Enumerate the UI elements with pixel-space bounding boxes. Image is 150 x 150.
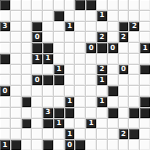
black-cell-r10c12: [129, 108, 139, 118]
white-cell-r6c6[interactable]: [65, 65, 75, 75]
white-cell-r10c11[interactable]: [119, 108, 129, 118]
black-cell-r13c1: [11, 140, 21, 150]
black-cell-r1c5: [54, 11, 64, 21]
clue-cell-r10c4: 3: [43, 108, 53, 118]
clue-cell-r3c11: 2: [119, 32, 129, 42]
white-cell-r3c12[interactable]: [129, 32, 139, 42]
clue-number: 2: [132, 23, 137, 30]
white-cell-r7c10[interactable]: [108, 75, 118, 85]
clue-cell-r6c5: 1: [54, 65, 64, 75]
white-cell-r6c3[interactable]: [32, 65, 42, 75]
clue-cell-r8c0: 0: [0, 86, 10, 96]
white-cell-r12c2[interactable]: [22, 129, 32, 139]
clue-cell-r7c3: 0: [32, 75, 42, 85]
white-cell-r11c9[interactable]: [97, 119, 107, 129]
white-cell-r6c2[interactable]: [22, 65, 32, 75]
white-cell-r6c12[interactable]: [129, 65, 139, 75]
white-cell-r12c13[interactable]: [140, 129, 150, 139]
white-cell-r1c12[interactable]: [129, 11, 139, 21]
black-cell-r5c0: [0, 54, 10, 64]
white-cell-r13c12[interactable]: [129, 140, 139, 150]
white-cell-r11c13[interactable]: [140, 119, 150, 129]
black-cell-r11c2: [22, 119, 32, 129]
white-cell-r7c6[interactable]: [65, 75, 75, 85]
white-cell-r5c11[interactable]: [119, 54, 129, 64]
white-cell-r12c9[interactable]: [97, 129, 107, 139]
black-cell-r13c4: [43, 140, 53, 150]
black-cell-r12c12: [129, 129, 139, 139]
white-cell-r0c12[interactable]: [129, 0, 139, 10]
white-cell-r7c2[interactable]: [22, 75, 32, 85]
clue-number: 3: [46, 109, 51, 116]
clue-number: 1: [56, 66, 61, 73]
clue-cell-r12c6: 1: [65, 129, 75, 139]
black-cell-r7c4: [43, 75, 53, 85]
white-cell-r8c5[interactable]: [54, 86, 64, 96]
white-cell-r12c1[interactable]: [11, 129, 21, 139]
white-cell-r13c3[interactable]: [32, 140, 42, 150]
white-cell-r5c13[interactable]: [140, 54, 150, 64]
black-cell-r2c3: [32, 22, 42, 32]
white-cell-r2c13[interactable]: [140, 22, 150, 32]
black-cell-r2c11: [119, 22, 129, 32]
clue-cell-r6c9: 2: [97, 65, 107, 75]
clue-cell-r11c5: 1: [54, 119, 64, 129]
white-cell-r2c8[interactable]: [86, 22, 96, 32]
clue-cell-r13c0: 1: [0, 140, 10, 150]
white-cell-r5c8[interactable]: [86, 54, 96, 64]
clue-number: 1: [2, 142, 7, 149]
clue-cell-r11c8: 1: [86, 119, 96, 129]
clue-cell-r7c9: 1: [97, 75, 107, 85]
white-cell-r4c7[interactable]: [75, 43, 85, 53]
white-cell-r11c0[interactable]: [0, 119, 10, 129]
white-cell-r4c0[interactable]: [0, 43, 10, 53]
white-cell-r9c5[interactable]: [54, 97, 64, 107]
clue-number: 2: [121, 34, 126, 41]
white-cell-r13c9[interactable]: [97, 140, 107, 150]
white-cell-r5c9[interactable]: [97, 54, 107, 64]
white-cell-r8c2[interactable]: [22, 86, 32, 96]
white-cell-r5c1[interactable]: [11, 54, 21, 64]
black-cell-r0c8: [86, 0, 96, 10]
black-cell-r13c7: [75, 140, 85, 150]
white-cell-r4c12[interactable]: [129, 43, 139, 53]
white-cell-r0c10[interactable]: [108, 0, 118, 10]
white-cell-r9c7[interactable]: [75, 97, 85, 107]
clue-number: 3: [2, 23, 7, 30]
white-cell-r1c3[interactable]: [32, 11, 42, 21]
white-cell-r9c11[interactable]: [119, 97, 129, 107]
white-cell-r12c5[interactable]: [54, 129, 64, 139]
white-cell-r10c3[interactable]: [32, 108, 42, 118]
white-cell-r5c5[interactable]: [54, 54, 64, 64]
white-cell-r5c7[interactable]: [75, 54, 85, 64]
white-cell-r8c8[interactable]: [86, 86, 96, 96]
clue-cell-r1c9: 1: [97, 11, 107, 21]
white-cell-r10c9[interactable]: [97, 108, 107, 118]
white-cell-r3c8[interactable]: [86, 32, 96, 42]
white-cell-r7c8[interactable]: [86, 75, 96, 85]
black-cell-r8c10: [108, 86, 118, 96]
clue-cell-r4c13: 1: [140, 43, 150, 53]
clue-number: 1: [46, 55, 51, 62]
white-cell-r7c12[interactable]: [129, 75, 139, 85]
white-cell-r10c0[interactable]: [0, 108, 10, 118]
white-cell-r11c6[interactable]: [65, 119, 75, 129]
white-cell-r3c10[interactable]: [108, 32, 118, 42]
white-cell-r3c7[interactable]: [75, 32, 85, 42]
white-cell-r8c1[interactable]: [11, 86, 21, 96]
white-cell-r5c6[interactable]: [65, 54, 75, 64]
white-cell-r2c1[interactable]: [11, 22, 21, 32]
black-cell-r0c0: [0, 0, 10, 10]
white-cell-r5c10[interactable]: [108, 54, 118, 64]
black-cell-r4c9: [97, 43, 107, 53]
black-cell-r10c5: [54, 108, 64, 118]
white-cell-r2c10[interactable]: [108, 22, 118, 32]
white-cell-r0c4[interactable]: [43, 0, 53, 10]
white-cell-r9c0[interactable]: [0, 97, 10, 107]
white-cell-r0c9[interactable]: [97, 0, 107, 10]
white-cell-r3c13[interactable]: [140, 32, 150, 42]
white-cell-r11c11[interactable]: [119, 119, 129, 129]
white-cell-r4c5[interactable]: [54, 43, 64, 53]
white-cell-r9c3[interactable]: [32, 97, 42, 107]
clue-cell-r3c3: 0: [32, 32, 42, 42]
white-cell-r11c12[interactable]: [129, 119, 139, 129]
white-cell-r9c4[interactable]: [43, 97, 53, 107]
white-cell-r8c6[interactable]: [65, 86, 75, 96]
clue-number: 0: [89, 45, 94, 52]
white-cell-r12c7[interactable]: [75, 129, 85, 139]
white-cell-r10c8[interactable]: [86, 108, 96, 118]
black-cell-r4c4: [43, 43, 53, 53]
white-cell-r0c6[interactable]: [65, 0, 75, 10]
white-cell-r5c2[interactable]: [22, 54, 32, 64]
white-cell-r13c11[interactable]: [119, 140, 129, 150]
white-cell-r12c3[interactable]: [32, 129, 42, 139]
clue-number: 2: [121, 131, 126, 138]
clue-number: 0: [35, 77, 40, 84]
clue-number: 1: [67, 131, 72, 138]
white-cell-r3c2[interactable]: [22, 32, 32, 42]
white-cell-r2c5[interactable]: [54, 22, 64, 32]
clue-number: 1: [67, 23, 72, 30]
white-cell-r2c9[interactable]: [97, 22, 107, 32]
black-cell-r11c4: [43, 119, 53, 129]
white-cell-r0c5[interactable]: [54, 0, 64, 10]
white-cell-r1c11[interactable]: [119, 11, 129, 21]
clue-cell-r13c6: 0: [65, 140, 75, 150]
white-cell-r2c7[interactable]: [75, 22, 85, 32]
white-cell-r3c5[interactable]: [54, 32, 64, 42]
white-cell-r1c4[interactable]: [43, 11, 53, 21]
white-cell-r7c1[interactable]: [11, 75, 21, 85]
clue-cell-r6c11: 0: [119, 65, 129, 75]
clue-number: 1: [100, 98, 105, 105]
clue-cell-r12c11: 2: [119, 129, 129, 139]
black-cell-r10c6: [65, 108, 75, 118]
clue-cell-r4c8: 0: [86, 43, 96, 53]
white-cell-r0c11[interactable]: [119, 0, 129, 10]
white-cell-r1c10[interactable]: [108, 11, 118, 21]
clue-number: 1: [35, 55, 40, 62]
white-cell-r3c1[interactable]: [11, 32, 21, 42]
black-cell-r6c13: [140, 65, 150, 75]
white-cell-r0c1[interactable]: [11, 0, 21, 10]
white-cell-r6c8[interactable]: [86, 65, 96, 75]
akari-board: 131202200111120010113111210: [0, 0, 150, 150]
white-cell-r2c2[interactable]: [22, 22, 32, 32]
white-cell-r13c13[interactable]: [140, 140, 150, 150]
white-cell-r6c4[interactable]: [43, 65, 53, 75]
white-cell-r1c0[interactable]: [0, 11, 10, 21]
white-cell-r4c2[interactable]: [22, 43, 32, 53]
white-cell-r9c1[interactable]: [11, 97, 21, 107]
clue-number: 1: [100, 77, 105, 84]
white-cell-r6c0[interactable]: [0, 65, 10, 75]
black-cell-r4c3: [32, 43, 42, 53]
white-cell-r6c7[interactable]: [75, 65, 85, 75]
white-cell-r1c8[interactable]: [86, 11, 96, 21]
black-cell-r9c13: [140, 97, 150, 107]
clue-cell-r2c12: 2: [129, 22, 139, 32]
black-cell-r0c7: [75, 0, 85, 10]
white-cell-r8c3[interactable]: [32, 86, 42, 96]
white-cell-r3c4[interactable]: [43, 32, 53, 42]
clue-cell-r9c6: 1: [65, 97, 75, 107]
white-cell-r10c2[interactable]: [22, 108, 32, 118]
white-cell-r1c7[interactable]: [75, 11, 85, 21]
white-cell-r8c11[interactable]: [119, 86, 129, 96]
clue-number: 1: [143, 45, 148, 52]
clue-number: 0: [121, 66, 126, 73]
white-cell-r9c8[interactable]: [86, 97, 96, 107]
clue-number: 0: [110, 45, 115, 52]
clue-number: 2: [100, 34, 105, 41]
black-cell-r7c5: [54, 75, 64, 85]
white-cell-r1c1[interactable]: [11, 11, 21, 21]
white-cell-r9c12[interactable]: [129, 97, 139, 107]
black-cell-r9c2: [22, 97, 32, 107]
white-cell-r12c4[interactable]: [43, 129, 53, 139]
white-cell-r7c0[interactable]: [0, 75, 10, 85]
white-cell-r11c3[interactable]: [32, 119, 42, 129]
white-cell-r6c1[interactable]: [11, 65, 21, 75]
white-cell-r4c11[interactable]: [119, 43, 129, 53]
white-cell-r11c10[interactable]: [108, 119, 118, 129]
black-cell-r10c13: [140, 108, 150, 118]
white-cell-r5c12[interactable]: [129, 54, 139, 64]
white-cell-r13c5[interactable]: [54, 140, 64, 150]
clue-number: 1: [67, 98, 72, 105]
clue-number: 0: [67, 142, 72, 149]
clue-cell-r5c3: 1: [32, 54, 42, 64]
white-cell-r7c11[interactable]: [119, 75, 129, 85]
clue-number: 1: [89, 120, 94, 127]
white-cell-r11c1[interactable]: [11, 119, 21, 129]
white-cell-r13c8[interactable]: [86, 140, 96, 150]
white-cell-r6c10[interactable]: [108, 65, 118, 75]
white-cell-r13c10[interactable]: [108, 140, 118, 150]
clue-cell-r5c4: 1: [43, 54, 53, 64]
clue-cell-r2c6: 1: [65, 22, 75, 32]
white-cell-r1c2[interactable]: [22, 11, 32, 21]
clue-number: 0: [35, 34, 40, 41]
clue-cell-r3c9: 2: [97, 32, 107, 42]
white-cell-r12c10[interactable]: [108, 129, 118, 139]
clue-number: 2: [100, 66, 105, 73]
white-cell-r3c0[interactable]: [0, 32, 10, 42]
white-cell-r8c12[interactable]: [129, 86, 139, 96]
white-cell-r0c13[interactable]: [140, 0, 150, 10]
clue-cell-r9c9: 1: [97, 97, 107, 107]
white-cell-r1c13[interactable]: [140, 11, 150, 21]
white-cell-r0c2[interactable]: [22, 0, 32, 10]
white-cell-r12c0[interactable]: [0, 129, 10, 139]
white-cell-r11c7[interactable]: [75, 119, 85, 129]
white-cell-r4c1[interactable]: [11, 43, 21, 53]
white-cell-r10c7[interactable]: [75, 108, 85, 118]
white-cell-r3c6[interactable]: [65, 32, 75, 42]
white-cell-r4c6[interactable]: [65, 43, 75, 53]
white-cell-r12c8[interactable]: [86, 129, 96, 139]
clue-cell-r2c0: 3: [0, 22, 10, 32]
white-cell-r8c13[interactable]: [140, 86, 150, 96]
clue-number: 1: [56, 120, 61, 127]
white-cell-r8c7[interactable]: [75, 86, 85, 96]
white-cell-r10c1[interactable]: [11, 108, 21, 118]
white-cell-r8c9[interactable]: [97, 86, 107, 96]
white-cell-r9c10[interactable]: [108, 97, 118, 107]
white-cell-r0c3[interactable]: [32, 0, 42, 10]
white-cell-r7c7[interactable]: [75, 75, 85, 85]
clue-cell-r4c10: 0: [108, 43, 118, 53]
white-cell-r13c2[interactable]: [22, 140, 32, 150]
clue-number: 0: [2, 88, 7, 95]
white-cell-r8c4[interactable]: [43, 86, 53, 96]
white-cell-r1c6[interactable]: [65, 11, 75, 21]
white-cell-r2c4[interactable]: [43, 22, 53, 32]
white-cell-r7c13[interactable]: [140, 75, 150, 85]
black-cell-r10c10: [108, 108, 118, 118]
clue-number: 1: [100, 12, 105, 19]
